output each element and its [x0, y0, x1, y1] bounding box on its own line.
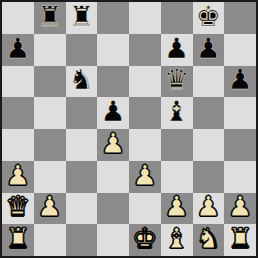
square-b8[interactable]: ♜ — [34, 2, 66, 34]
piece-black-pawn[interactable]: ♟ — [101, 98, 126, 126]
square-g1[interactable]: ♞ — [193, 224, 225, 256]
square-h7[interactable] — [224, 34, 256, 66]
piece-white-pawn[interactable]: ♟ — [164, 193, 189, 221]
piece-white-pawn[interactable]: ♟ — [101, 130, 126, 158]
square-d6[interactable] — [97, 66, 129, 98]
piece-white-king[interactable]: ♚ — [132, 225, 157, 253]
piece-black-queen[interactable]: ♛ — [164, 66, 189, 94]
square-c2[interactable] — [66, 193, 98, 225]
square-g4[interactable] — [193, 129, 225, 161]
square-b7[interactable] — [34, 34, 66, 66]
square-g5[interactable] — [193, 97, 225, 129]
square-h6[interactable]: ♟ — [224, 66, 256, 98]
square-e2[interactable] — [129, 193, 161, 225]
piece-black-knight[interactable]: ♞ — [69, 66, 94, 94]
piece-black-rook[interactable]: ♜ — [69, 3, 94, 31]
square-a2[interactable]: ♛ — [2, 193, 34, 225]
piece-black-rook[interactable]: ♜ — [37, 3, 62, 31]
square-a8[interactable] — [2, 2, 34, 34]
square-d1[interactable] — [97, 224, 129, 256]
square-b2[interactable]: ♟ — [34, 193, 66, 225]
square-e6[interactable] — [129, 66, 161, 98]
square-h1[interactable]: ♜ — [224, 224, 256, 256]
square-e5[interactable] — [129, 97, 161, 129]
piece-white-queen[interactable]: ♛ — [5, 193, 30, 221]
piece-black-king[interactable]: ♚ — [196, 3, 221, 31]
piece-white-pawn[interactable]: ♟ — [5, 162, 30, 190]
square-b1[interactable] — [34, 224, 66, 256]
square-g6[interactable] — [193, 66, 225, 98]
square-f8[interactable] — [161, 2, 193, 34]
square-b6[interactable] — [34, 66, 66, 98]
chess-board: ♜♜♚♟♟♟♞♛♟♟♝♟♟♟♛♟♟♟♟♜♚♝♞♜ — [0, 0, 258, 258]
square-h4[interactable] — [224, 129, 256, 161]
square-f5[interactable]: ♝ — [161, 97, 193, 129]
square-d5[interactable]: ♟ — [97, 97, 129, 129]
square-g8[interactable]: ♚ — [193, 2, 225, 34]
piece-white-bishop[interactable]: ♝ — [164, 225, 189, 253]
square-e8[interactable] — [129, 2, 161, 34]
square-f1[interactable]: ♝ — [161, 224, 193, 256]
square-h5[interactable] — [224, 97, 256, 129]
square-c4[interactable] — [66, 129, 98, 161]
square-a7[interactable]: ♟ — [2, 34, 34, 66]
square-g2[interactable]: ♟ — [193, 193, 225, 225]
square-f4[interactable] — [161, 129, 193, 161]
square-h2[interactable]: ♟ — [224, 193, 256, 225]
square-c8[interactable]: ♜ — [66, 2, 98, 34]
piece-white-rook[interactable]: ♜ — [5, 225, 30, 253]
square-g3[interactable] — [193, 161, 225, 193]
square-a1[interactable]: ♜ — [2, 224, 34, 256]
piece-white-knight[interactable]: ♞ — [196, 225, 221, 253]
square-f7[interactable]: ♟ — [161, 34, 193, 66]
square-a6[interactable] — [2, 66, 34, 98]
square-b4[interactable] — [34, 129, 66, 161]
square-c3[interactable] — [66, 161, 98, 193]
square-f2[interactable]: ♟ — [161, 193, 193, 225]
square-f6[interactable]: ♛ — [161, 66, 193, 98]
square-a4[interactable] — [2, 129, 34, 161]
square-a3[interactable]: ♟ — [2, 161, 34, 193]
square-c5[interactable] — [66, 97, 98, 129]
square-e1[interactable]: ♚ — [129, 224, 161, 256]
square-g7[interactable]: ♟ — [193, 34, 225, 66]
square-d7[interactable] — [97, 34, 129, 66]
square-h3[interactable] — [224, 161, 256, 193]
piece-white-rook[interactable]: ♜ — [228, 225, 253, 253]
square-b3[interactable] — [34, 161, 66, 193]
piece-white-pawn[interactable]: ♟ — [196, 193, 221, 221]
square-e3[interactable]: ♟ — [129, 161, 161, 193]
square-e7[interactable] — [129, 34, 161, 66]
piece-white-pawn[interactable]: ♟ — [228, 193, 253, 221]
square-c7[interactable] — [66, 34, 98, 66]
piece-black-pawn[interactable]: ♟ — [5, 35, 30, 63]
square-h8[interactable] — [224, 2, 256, 34]
square-d2[interactable] — [97, 193, 129, 225]
piece-black-bishop[interactable]: ♝ — [164, 98, 189, 126]
square-c1[interactable] — [66, 224, 98, 256]
square-b5[interactable] — [34, 97, 66, 129]
square-c6[interactable]: ♞ — [66, 66, 98, 98]
square-a5[interactable] — [2, 97, 34, 129]
square-d8[interactable] — [97, 2, 129, 34]
square-e4[interactable] — [129, 129, 161, 161]
piece-black-pawn[interactable]: ♟ — [196, 35, 221, 63]
piece-white-pawn[interactable]: ♟ — [132, 162, 157, 190]
piece-white-pawn[interactable]: ♟ — [37, 193, 62, 221]
piece-black-pawn[interactable]: ♟ — [228, 66, 253, 94]
square-d3[interactable] — [97, 161, 129, 193]
square-f3[interactable] — [161, 161, 193, 193]
piece-black-pawn[interactable]: ♟ — [164, 35, 189, 63]
square-d4[interactable]: ♟ — [97, 129, 129, 161]
